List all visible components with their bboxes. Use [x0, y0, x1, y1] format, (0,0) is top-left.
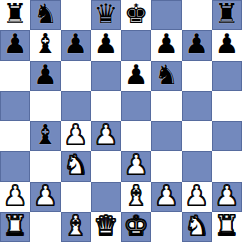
square-g2[interactable]: ♟ — [182, 182, 212, 212]
square-a6[interactable] — [0, 61, 30, 91]
square-b7[interactable]: ♝ — [30, 30, 60, 60]
square-d6[interactable] — [91, 61, 121, 91]
square-a4[interactable] — [0, 121, 30, 151]
piece-white-queen[interactable]: ♛ — [94, 212, 118, 241]
piece-black-bishop[interactable]: ♝ — [33, 121, 57, 150]
piece-black-pawn[interactable]: ♟ — [154, 30, 178, 59]
square-b5[interactable] — [30, 91, 60, 121]
piece-black-pawn[interactable]: ♟ — [33, 61, 57, 90]
square-e4[interactable] — [121, 121, 151, 151]
square-d4[interactable]: ♟ — [91, 121, 121, 151]
piece-white-pawn[interactable]: ♟ — [154, 182, 178, 211]
square-b2[interactable]: ♟ — [30, 182, 60, 212]
piece-black-pawn[interactable]: ♟ — [215, 30, 239, 59]
square-h7[interactable]: ♟ — [212, 30, 242, 60]
piece-black-rook[interactable]: ♜ — [3, 0, 27, 29]
square-h1[interactable]: ♜ — [212, 212, 242, 242]
piece-black-pawn[interactable]: ♟ — [124, 61, 148, 90]
square-e2[interactable]: ♝ — [121, 182, 151, 212]
square-e8[interactable]: ♚ — [121, 0, 151, 30]
square-f6[interactable]: ♞ — [151, 61, 181, 91]
piece-white-bishop[interactable]: ♝ — [124, 182, 148, 211]
square-c8[interactable] — [61, 0, 91, 30]
piece-black-pawn[interactable]: ♟ — [3, 30, 27, 59]
square-d2[interactable] — [91, 182, 121, 212]
square-c3[interactable]: ♞ — [61, 151, 91, 181]
square-f1[interactable] — [151, 212, 181, 242]
square-f2[interactable]: ♟ — [151, 182, 181, 212]
square-f8[interactable] — [151, 0, 181, 30]
square-f4[interactable] — [151, 121, 181, 151]
piece-black-pawn[interactable]: ♟ — [94, 30, 118, 59]
square-h8[interactable]: ♜ — [212, 0, 242, 30]
piece-white-pawn[interactable]: ♟ — [215, 182, 239, 211]
square-g3[interactable] — [182, 151, 212, 181]
piece-white-knight[interactable]: ♞ — [185, 212, 209, 241]
square-a7[interactable]: ♟ — [0, 30, 30, 60]
piece-black-king[interactable]: ♚ — [124, 0, 148, 29]
square-a2[interactable]: ♟ — [0, 182, 30, 212]
square-g1[interactable]: ♞ — [182, 212, 212, 242]
square-c4[interactable]: ♟ — [61, 121, 91, 151]
piece-black-knight[interactable]: ♞ — [33, 0, 57, 29]
piece-black-knight[interactable]: ♞ — [154, 61, 178, 90]
square-g6[interactable] — [182, 61, 212, 91]
chess-board: ♜♞♛♚♜♟♝♟♟♟♟♟♟♟♞♝♟♟♞♟♟♟♝♟♟♟♜♝♛♚♞♜ — [0, 0, 242, 242]
square-e6[interactable]: ♟ — [121, 61, 151, 91]
piece-white-rook[interactable]: ♜ — [3, 212, 27, 241]
square-g5[interactable] — [182, 91, 212, 121]
square-c2[interactable] — [61, 182, 91, 212]
square-h6[interactable] — [212, 61, 242, 91]
square-e7[interactable] — [121, 30, 151, 60]
piece-white-pawn[interactable]: ♟ — [33, 182, 57, 211]
square-f3[interactable] — [151, 151, 181, 181]
square-b6[interactable]: ♟ — [30, 61, 60, 91]
square-d7[interactable]: ♟ — [91, 30, 121, 60]
square-h4[interactable] — [212, 121, 242, 151]
square-h2[interactable]: ♟ — [212, 182, 242, 212]
square-e3[interactable]: ♟ — [121, 151, 151, 181]
piece-black-bishop[interactable]: ♝ — [33, 30, 57, 59]
square-h3[interactable] — [212, 151, 242, 181]
piece-black-queen[interactable]: ♛ — [94, 0, 118, 29]
piece-white-rook[interactable]: ♜ — [215, 212, 239, 241]
piece-white-king[interactable]: ♚ — [124, 212, 148, 241]
square-a8[interactable]: ♜ — [0, 0, 30, 30]
square-f5[interactable] — [151, 91, 181, 121]
square-d1[interactable]: ♛ — [91, 212, 121, 242]
square-a5[interactable] — [0, 91, 30, 121]
square-g8[interactable] — [182, 0, 212, 30]
square-a3[interactable] — [0, 151, 30, 181]
square-d8[interactable]: ♛ — [91, 0, 121, 30]
square-d3[interactable] — [91, 151, 121, 181]
square-b4[interactable]: ♝ — [30, 121, 60, 151]
piece-black-rook[interactable]: ♜ — [215, 0, 239, 29]
square-a1[interactable]: ♜ — [0, 212, 30, 242]
square-g7[interactable]: ♟ — [182, 30, 212, 60]
piece-white-pawn[interactable]: ♟ — [185, 182, 209, 211]
piece-white-pawn[interactable]: ♟ — [64, 121, 88, 150]
square-h5[interactable] — [212, 91, 242, 121]
square-c5[interactable] — [61, 91, 91, 121]
square-e5[interactable] — [121, 91, 151, 121]
square-c1[interactable]: ♝ — [61, 212, 91, 242]
square-g4[interactable] — [182, 121, 212, 151]
square-b8[interactable]: ♞ — [30, 0, 60, 30]
piece-white-pawn[interactable]: ♟ — [94, 121, 118, 150]
square-d5[interactable] — [91, 91, 121, 121]
square-b1[interactable] — [30, 212, 60, 242]
square-f7[interactable]: ♟ — [151, 30, 181, 60]
piece-black-pawn[interactable]: ♟ — [64, 30, 88, 59]
square-c6[interactable] — [61, 61, 91, 91]
piece-white-bishop[interactable]: ♝ — [64, 212, 88, 241]
piece-white-pawn[interactable]: ♟ — [3, 182, 27, 211]
square-c7[interactable]: ♟ — [61, 30, 91, 60]
square-b3[interactable] — [30, 151, 60, 181]
piece-white-pawn[interactable]: ♟ — [124, 151, 148, 180]
piece-white-knight[interactable]: ♞ — [64, 151, 88, 180]
square-e1[interactable]: ♚ — [121, 212, 151, 242]
piece-black-pawn[interactable]: ♟ — [185, 30, 209, 59]
